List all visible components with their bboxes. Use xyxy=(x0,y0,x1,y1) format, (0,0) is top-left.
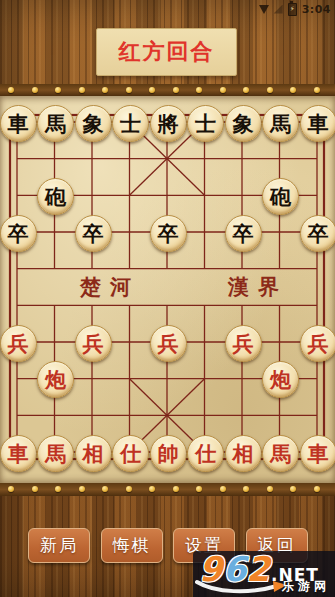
gold-stud-icon xyxy=(126,486,132,492)
charging-bolt-icon: ⚡ xyxy=(290,6,295,13)
red-piece-兵[interactable]: 兵 xyxy=(150,325,187,362)
red-piece-馬[interactable]: 馬 xyxy=(262,435,299,472)
black-piece-馬[interactable]: 馬 xyxy=(37,105,74,142)
red-piece-炮[interactable]: 炮 xyxy=(37,361,74,398)
gold-stud-icon xyxy=(102,486,108,492)
gold-stud-icon xyxy=(314,87,320,93)
gold-stud-icon xyxy=(267,87,273,93)
gold-stud-icon xyxy=(290,87,296,93)
black-piece-士[interactable]: 士 xyxy=(112,105,149,142)
gold-stud-icon xyxy=(173,87,179,93)
river-label-han: 漢界 xyxy=(210,272,306,302)
gold-stud-icon xyxy=(8,486,14,492)
red-piece-相[interactable]: 相 xyxy=(75,435,112,472)
gold-stud-icon xyxy=(32,87,38,93)
gold-stud-icon xyxy=(126,87,132,93)
gold-stud-icon xyxy=(55,87,61,93)
gold-stud-icon xyxy=(243,486,249,492)
board-top-frame xyxy=(0,84,335,96)
gold-stud-icon xyxy=(314,486,320,492)
black-piece-馬[interactable]: 馬 xyxy=(262,105,299,142)
gold-stud-icon xyxy=(290,486,296,492)
red-piece-車[interactable]: 車 xyxy=(0,435,37,472)
red-piece-兵[interactable]: 兵 xyxy=(225,325,262,362)
red-piece-帥[interactable]: 帥 xyxy=(150,435,187,472)
red-piece-兵[interactable]: 兵 xyxy=(300,325,335,362)
black-piece-砲[interactable]: 砲 xyxy=(262,178,299,215)
river-label-chu: 楚河 xyxy=(62,272,158,302)
red-piece-兵[interactable]: 兵 xyxy=(0,325,37,362)
red-piece-炮[interactable]: 炮 xyxy=(262,361,299,398)
black-piece-卒[interactable]: 卒 xyxy=(225,215,262,252)
swoosh-arrow-icon xyxy=(195,579,287,595)
black-piece-士[interactable]: 士 xyxy=(187,105,224,142)
black-piece-卒[interactable]: 卒 xyxy=(300,215,335,252)
red-piece-車[interactable]: 車 xyxy=(300,435,335,472)
black-piece-砲[interactable]: 砲 xyxy=(37,178,74,215)
gold-stud-icon xyxy=(196,486,202,492)
gold-stud-icon xyxy=(267,486,273,492)
watermark-site-name: 乐游网 xyxy=(282,578,330,595)
black-piece-車[interactable]: 車 xyxy=(0,105,37,142)
turn-banner: 红方回合 xyxy=(96,28,237,76)
muted-icon xyxy=(274,5,283,14)
gold-stud-icon xyxy=(55,486,61,492)
gold-stud-icon xyxy=(8,87,14,93)
signal-triangle-icon xyxy=(259,5,269,14)
watermark: 9 6 2 .NET 乐游网 xyxy=(193,551,335,597)
gold-stud-icon xyxy=(243,87,249,93)
gold-stud-icon xyxy=(79,87,85,93)
black-piece-卒[interactable]: 卒 xyxy=(75,215,112,252)
gold-stud-icon xyxy=(173,486,179,492)
red-piece-相[interactable]: 相 xyxy=(225,435,262,472)
red-piece-馬[interactable]: 馬 xyxy=(37,435,74,472)
gold-stud-icon xyxy=(149,486,155,492)
gold-stud-icon xyxy=(102,87,108,93)
black-piece-卒[interactable]: 卒 xyxy=(0,215,37,252)
gold-stud-icon xyxy=(79,486,85,492)
black-piece-象[interactable]: 象 xyxy=(75,105,112,142)
app-screen: ⚡ 3:04 红方回合 楚河 漢界 車馬象士將士象馬車砲砲卒卒卒卒卒兵兵兵兵兵炮… xyxy=(0,0,335,597)
battery-charging-icon: ⚡ xyxy=(288,3,297,16)
status-bar: ⚡ 3:04 xyxy=(259,2,331,16)
gold-stud-icon xyxy=(196,87,202,93)
red-piece-仕[interactable]: 仕 xyxy=(112,435,149,472)
gold-stud-icon xyxy=(149,87,155,93)
board-bottom-frame xyxy=(0,483,335,496)
red-piece-兵[interactable]: 兵 xyxy=(75,325,112,362)
board-surface[interactable]: 楚河 漢界 車馬象士將士象馬車砲砲卒卒卒卒卒兵兵兵兵兵炮炮車馬相仕帥仕相馬車 xyxy=(0,96,335,483)
black-piece-車[interactable]: 車 xyxy=(300,105,335,142)
red-piece-仕[interactable]: 仕 xyxy=(187,435,224,472)
new-game-button[interactable]: 新局 xyxy=(28,528,90,563)
clock-time: 3:04 xyxy=(302,3,331,16)
gold-stud-icon xyxy=(220,87,226,93)
black-piece-卒[interactable]: 卒 xyxy=(150,215,187,252)
black-piece-將[interactable]: 將 xyxy=(150,105,187,142)
undo-move-button[interactable]: 悔棋 xyxy=(101,528,163,563)
gold-stud-icon xyxy=(220,486,226,492)
black-piece-象[interactable]: 象 xyxy=(225,105,262,142)
gold-stud-icon xyxy=(32,486,38,492)
